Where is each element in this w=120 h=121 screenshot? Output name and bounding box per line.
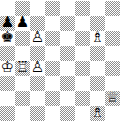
square-g4[interactable]	[90, 61, 105, 76]
white-pawn-icon: ♙	[30, 30, 45, 45]
square-g3[interactable]	[90, 76, 105, 91]
square-f3[interactable]	[75, 76, 90, 91]
square-g1[interactable]: ♝♗	[90, 106, 105, 121]
square-c3[interactable]	[30, 76, 45, 91]
square-e3[interactable]	[60, 76, 75, 91]
square-h8[interactable]	[105, 1, 120, 16]
black-pawn-icon: ♟	[15, 15, 30, 30]
square-d3[interactable]	[45, 76, 60, 91]
square-h7[interactable]	[105, 16, 120, 31]
square-e7[interactable]	[60, 16, 75, 31]
white-queen-icon: ♕	[105, 90, 120, 105]
square-a2[interactable]	[0, 91, 15, 106]
square-h4[interactable]	[105, 61, 120, 76]
square-d1[interactable]	[45, 106, 60, 121]
square-e6[interactable]	[60, 31, 75, 46]
square-a3[interactable]	[0, 76, 15, 91]
square-d2[interactable]	[45, 91, 60, 106]
square-a4[interactable]: ♚♔	[0, 61, 15, 76]
square-a6[interactable]: ♚	[0, 31, 15, 46]
piece-white-pawn[interactable]: ♟♙	[30, 31, 45, 46]
white-pawn-icon: ♙	[30, 60, 45, 75]
square-b4[interactable]: ♜♖	[15, 61, 30, 76]
square-e4[interactable]	[60, 61, 75, 76]
square-c8[interactable]	[30, 1, 45, 16]
square-e8[interactable]	[60, 1, 75, 16]
square-b6[interactable]	[15, 31, 30, 46]
piece-white-pawn[interactable]: ♟♙	[30, 61, 45, 76]
square-f4[interactable]	[75, 61, 90, 76]
square-d6[interactable]	[45, 31, 60, 46]
piece-white-rook[interactable]: ♜♖	[15, 61, 30, 76]
square-f7[interactable]	[75, 16, 90, 31]
white-rook-icon: ♖	[15, 60, 30, 75]
white-king-icon: ♔	[0, 60, 15, 75]
square-c4[interactable]: ♟♙	[30, 61, 45, 76]
square-h5[interactable]	[105, 46, 120, 61]
black-king-icon: ♚	[0, 30, 15, 45]
square-b2[interactable]	[15, 91, 30, 106]
square-c6[interactable]: ♟♙	[30, 31, 45, 46]
square-d5[interactable]	[45, 46, 60, 61]
chess-board: ♟♟♚♟♙♝♗♚♔♜♖♟♙♛♕♝♗	[0, 1, 120, 121]
square-f6[interactable]	[75, 31, 90, 46]
piece-black-king[interactable]: ♚	[0, 31, 15, 46]
square-f5[interactable]	[75, 46, 90, 61]
piece-white-bishop[interactable]: ♝♗	[90, 106, 105, 121]
square-d8[interactable]	[45, 1, 60, 16]
white-bishop-icon: ♗	[90, 30, 105, 45]
square-f8[interactable]	[75, 1, 90, 16]
square-b1[interactable]	[15, 106, 30, 121]
piece-white-king[interactable]: ♚♔	[0, 61, 15, 76]
square-g6[interactable]: ♝♗	[90, 31, 105, 46]
square-a1[interactable]	[0, 106, 15, 121]
square-d4[interactable]	[45, 61, 60, 76]
square-h2[interactable]: ♛♕	[105, 91, 120, 106]
square-e1[interactable]	[60, 106, 75, 121]
white-bishop-icon: ♗	[90, 105, 105, 120]
square-h6[interactable]	[105, 31, 120, 46]
piece-white-queen[interactable]: ♛♕	[105, 91, 120, 106]
square-b3[interactable]	[15, 76, 30, 91]
square-g5[interactable]	[90, 46, 105, 61]
square-b7[interactable]: ♟	[15, 16, 30, 31]
square-c1[interactable]	[30, 106, 45, 121]
square-c2[interactable]	[30, 91, 45, 106]
square-f1[interactable]	[75, 106, 90, 121]
square-e2[interactable]	[60, 91, 75, 106]
square-h1[interactable]	[105, 106, 120, 121]
piece-white-bishop[interactable]: ♝♗	[90, 31, 105, 46]
square-d7[interactable]	[45, 16, 60, 31]
square-g8[interactable]	[90, 1, 105, 16]
square-e5[interactable]	[60, 46, 75, 61]
square-f2[interactable]	[75, 91, 90, 106]
piece-black-pawn[interactable]: ♟	[15, 16, 30, 31]
